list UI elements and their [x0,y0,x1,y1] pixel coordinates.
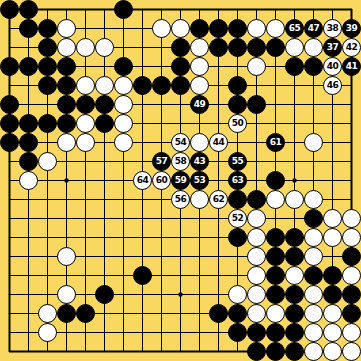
stone-black[interactable] [228,38,247,57]
stone-white[interactable] [342,342,361,361]
stone-black[interactable] [247,95,266,114]
stone-black[interactable] [285,304,304,323]
stone-white[interactable] [247,247,266,266]
stone-white[interactable] [76,76,95,95]
stone-black[interactable] [95,285,114,304]
stone-black[interactable] [266,171,285,190]
stone-white[interactable] [304,38,323,57]
stone-black-move-63[interactable]: 63 [228,171,247,190]
stone-white[interactable] [57,19,76,38]
stone-black[interactable] [133,76,152,95]
stone-black[interactable] [0,114,19,133]
stone-black[interactable] [0,57,19,76]
stone-black[interactable] [228,190,247,209]
stone-white[interactable] [304,190,323,209]
stone-white[interactable] [342,209,361,228]
stone-white[interactable] [114,133,133,152]
stone-black[interactable] [228,95,247,114]
stone-black[interactable] [247,323,266,342]
stone-white[interactable] [323,342,342,361]
stone-white-move-38[interactable]: 38 [323,19,342,38]
stone-black[interactable] [285,342,304,361]
stone-black[interactable] [228,19,247,38]
stone-white[interactable] [304,304,323,323]
stone-black[interactable] [228,323,247,342]
stone-black[interactable] [209,38,228,57]
stone-black[interactable] [19,152,38,171]
stone-black[interactable] [19,57,38,76]
stone-black[interactable] [285,228,304,247]
stone-white[interactable] [285,190,304,209]
stone-black[interactable] [19,114,38,133]
stone-black[interactable] [266,228,285,247]
stone-black[interactable] [114,57,133,76]
stone-black[interactable] [38,19,57,38]
stone-white[interactable] [304,285,323,304]
stone-white-move-44[interactable]: 44 [209,133,228,152]
stone-black[interactable] [266,285,285,304]
stone-white-move-46[interactable]: 46 [323,76,342,95]
stone-black[interactable] [57,114,76,133]
stone-black[interactable] [0,133,19,152]
stone-black-move-49[interactable]: 49 [190,95,209,114]
stone-black[interactable] [266,323,285,342]
stone-white[interactable] [114,76,133,95]
stone-white[interactable] [190,38,209,57]
stone-white[interactable] [57,285,76,304]
stone-white[interactable] [57,247,76,266]
stone-black[interactable] [209,19,228,38]
stone-white[interactable] [285,38,304,57]
stone-black[interactable] [266,38,285,57]
stone-white[interactable] [152,19,171,38]
stone-black[interactable] [19,19,38,38]
stone-black-move-41[interactable]: 41 [342,57,361,76]
stone-black-move-39[interactable]: 39 [342,19,361,38]
stone-white[interactable] [114,95,133,114]
stone-black[interactable] [228,304,247,323]
stone-white[interactable] [304,228,323,247]
stone-black[interactable] [171,38,190,57]
stone-black[interactable] [285,57,304,76]
stone-black-move-57[interactable]: 57 [152,152,171,171]
stone-black-move-61[interactable]: 61 [266,133,285,152]
stone-black[interactable] [304,209,323,228]
stone-white[interactable] [323,228,342,247]
stone-white[interactable] [323,209,342,228]
stone-white[interactable] [304,247,323,266]
stone-black[interactable] [342,247,361,266]
stone-white[interactable] [95,38,114,57]
stone-black[interactable] [266,266,285,285]
stone-white-move-54[interactable]: 54 [171,133,190,152]
stone-black[interactable] [285,285,304,304]
stone-white[interactable] [95,76,114,95]
stones-layer: 6547383937424041464950544461575843556460… [0,0,361,361]
stone-white[interactable] [285,266,304,285]
stone-white[interactable] [247,266,266,285]
stone-white[interactable] [114,114,133,133]
stone-white[interactable] [266,304,285,323]
stone-black-move-37[interactable]: 37 [323,38,342,57]
stone-white[interactable] [266,190,285,209]
stone-black[interactable] [247,38,266,57]
stone-white[interactable] [247,285,266,304]
stone-black[interactable] [342,304,361,323]
stone-black[interactable] [266,342,285,361]
stone-white[interactable] [190,190,209,209]
stone-black[interactable] [38,76,57,95]
stone-black[interactable] [285,323,304,342]
stone-white-move-62[interactable]: 62 [209,190,228,209]
stone-white-move-56[interactable]: 56 [171,190,190,209]
stone-black[interactable] [209,304,228,323]
stone-black[interactable] [0,0,19,19]
stone-black[interactable] [19,0,38,19]
stone-white[interactable] [323,304,342,323]
stone-white[interactable] [342,228,361,247]
stone-white[interactable] [247,57,266,76]
stone-white[interactable] [38,304,57,323]
stone-white[interactable] [57,133,76,152]
stone-white[interactable] [57,38,76,57]
stone-black[interactable] [247,190,266,209]
stone-white[interactable] [247,304,266,323]
stone-white[interactable] [76,114,95,133]
go-board[interactable]: 6547383937424041464950544461575843556460… [0,0,361,361]
stone-black-move-43[interactable]: 43 [190,152,209,171]
stone-black[interactable] [76,304,95,323]
stone-white[interactable] [38,152,57,171]
stone-white[interactable] [342,323,361,342]
stone-white[interactable] [76,133,95,152]
stone-black[interactable] [228,228,247,247]
stone-black[interactable] [76,95,95,114]
stone-black[interactable] [323,266,342,285]
stone-black[interactable] [247,342,266,361]
stone-white-move-52[interactable]: 52 [228,209,247,228]
stone-black[interactable] [38,57,57,76]
stone-black-move-59[interactable]: 59 [171,171,190,190]
stone-white[interactable] [38,323,57,342]
stone-white-move-64[interactable]: 64 [133,171,152,190]
stone-white[interactable] [304,133,323,152]
stone-black[interactable] [95,95,114,114]
stone-black[interactable] [266,247,285,266]
stone-white-move-58[interactable]: 58 [171,152,190,171]
stone-white[interactable] [190,57,209,76]
stone-white-move-60[interactable]: 60 [152,171,171,190]
stone-white[interactable] [247,209,266,228]
stone-black[interactable] [57,95,76,114]
stone-white-move-42[interactable]: 42 [342,38,361,57]
stone-black[interactable] [0,95,19,114]
stone-white[interactable] [190,76,209,95]
stone-black[interactable] [152,76,171,95]
stone-black[interactable] [304,266,323,285]
stone-white[interactable] [304,323,323,342]
stone-black[interactable] [57,76,76,95]
stone-white[interactable] [171,19,190,38]
stone-black[interactable] [304,57,323,76]
stone-black-move-53[interactable]: 53 [190,171,209,190]
stone-white[interactable] [247,228,266,247]
stone-white[interactable] [342,266,361,285]
stone-black[interactable] [342,285,361,304]
stone-black[interactable] [95,114,114,133]
stone-black[interactable] [133,266,152,285]
stone-white[interactable] [323,323,342,342]
stone-white[interactable] [19,171,38,190]
stone-white-move-50[interactable]: 50 [228,114,247,133]
stone-black[interactable] [57,304,76,323]
stone-black[interactable] [19,133,38,152]
stone-white[interactable] [76,38,95,57]
stone-black[interactable] [171,76,190,95]
stone-black[interactable] [228,76,247,95]
stone-white[interactable] [304,342,323,361]
stone-black-move-55[interactable]: 55 [228,152,247,171]
stone-black[interactable] [285,247,304,266]
stone-black-move-47[interactable]: 47 [304,19,323,38]
stone-black[interactable] [323,285,342,304]
stone-white[interactable] [247,19,266,38]
stone-white[interactable] [228,285,247,304]
stone-black[interactable] [171,57,190,76]
stone-black[interactable] [114,0,133,19]
stone-white[interactable] [266,19,285,38]
stone-white[interactable] [190,133,209,152]
stone-black[interactable] [57,57,76,76]
stone-black[interactable] [190,19,209,38]
stone-black[interactable] [38,38,57,57]
stone-black-move-65[interactable]: 65 [285,19,304,38]
stone-black[interactable] [38,114,57,133]
stone-white-move-40[interactable]: 40 [323,57,342,76]
